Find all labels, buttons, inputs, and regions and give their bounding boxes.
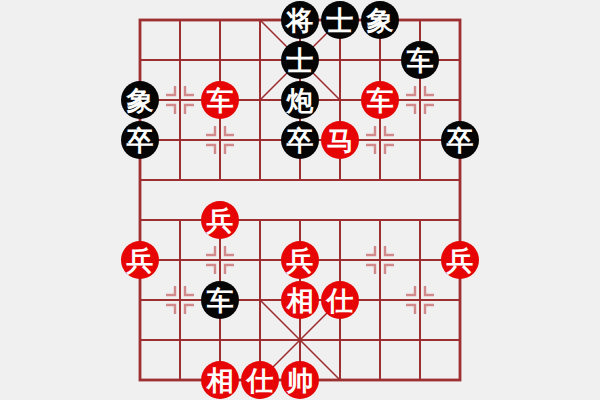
piece-red-pawn-1[interactable]: 兵: [201, 201, 239, 239]
piece-red-advisor-1[interactable]: 仕: [321, 281, 359, 319]
piece-black-elephant-2[interactable]: 象: [121, 81, 159, 119]
piece-black-general[interactable]: 将: [281, 1, 319, 39]
piece-black-elephant-1[interactable]: 象: [361, 1, 399, 39]
piece-black-pawn-1[interactable]: 卒: [121, 121, 159, 159]
piece-red-pawn-3[interactable]: 兵: [281, 241, 319, 279]
piece-black-advisor-1[interactable]: 士: [321, 1, 359, 39]
piece-black-pawn-2[interactable]: 卒: [281, 121, 319, 159]
piece-red-elephant-2[interactable]: 相: [201, 361, 239, 399]
piece-red-elephant-1[interactable]: 相: [281, 281, 319, 319]
piece-black-pawn-3[interactable]: 卒: [441, 121, 479, 159]
xiangqi-board[interactable]: 将士象士车象炮卒卒卒车车车马兵兵兵兵相仕相仕帅: [0, 0, 600, 400]
piece-red-pawn-4[interactable]: 兵: [441, 241, 479, 279]
piece-black-cannon[interactable]: 炮: [281, 81, 319, 119]
piece-black-chariot-2[interactable]: 车: [201, 281, 239, 319]
piece-red-chariot-2[interactable]: 车: [361, 81, 399, 119]
piece-black-chariot-1[interactable]: 车: [401, 41, 439, 79]
piece-black-advisor-2[interactable]: 士: [281, 41, 319, 79]
piece-red-pawn-2[interactable]: 兵: [121, 241, 159, 279]
piece-red-king[interactable]: 帅: [281, 361, 319, 399]
piece-red-chariot-1[interactable]: 车: [201, 81, 239, 119]
piece-red-advisor-2[interactable]: 仕: [241, 361, 279, 399]
piece-red-horse[interactable]: 马: [321, 121, 359, 159]
